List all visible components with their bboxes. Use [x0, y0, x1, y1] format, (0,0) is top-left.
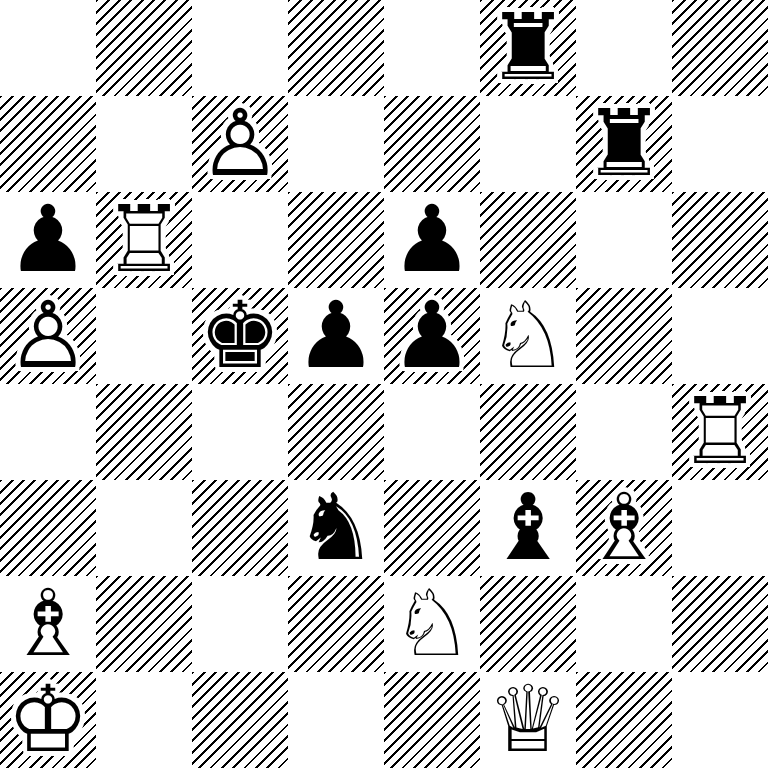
square-f3[interactable]: ♝	[480, 480, 576, 576]
piece-white-rook[interactable]: ♜♖	[672, 384, 768, 480]
square-b8[interactable]	[96, 0, 192, 96]
square-e1[interactable]	[384, 672, 480, 768]
square-b2[interactable]	[96, 576, 192, 672]
square-a8[interactable]	[0, 0, 96, 96]
piece-white-bishop[interactable]: ♝♗	[576, 480, 672, 576]
square-c2[interactable]	[192, 576, 288, 672]
black-bishop-icon: ♝	[480, 480, 576, 576]
piece-black-bishop[interactable]: ♝	[480, 480, 576, 576]
square-g1[interactable]	[576, 672, 672, 768]
square-b1[interactable]	[96, 672, 192, 768]
square-e2[interactable]: ♞♘	[384, 576, 480, 672]
square-g7[interactable]: ♜	[576, 96, 672, 192]
square-g4[interactable]	[576, 384, 672, 480]
square-e7[interactable]	[384, 96, 480, 192]
square-c6[interactable]	[192, 192, 288, 288]
white-knight-icon: ♘	[480, 288, 576, 384]
square-d3[interactable]: ♞	[288, 480, 384, 576]
piece-black-pawn[interactable]: ♟	[0, 192, 96, 288]
square-b4[interactable]	[96, 384, 192, 480]
white-rook-icon: ♖	[96, 192, 192, 288]
piece-black-pawn[interactable]: ♟	[384, 288, 480, 384]
chess-board: ♜♟♙♜♟♜♖♟♟♙♚♟♟♞♘♜♖♞♝♝♗♝♗♞♘♚♔♛♕	[0, 0, 768, 768]
piece-white-queen[interactable]: ♛♕	[480, 672, 576, 768]
black-pawn-icon: ♟	[0, 192, 96, 288]
white-knight-icon: ♘	[384, 576, 480, 672]
piece-white-king[interactable]: ♚♔	[0, 672, 96, 768]
piece-white-knight[interactable]: ♞♘	[480, 288, 576, 384]
white-king-icon: ♔	[0, 672, 96, 768]
square-f4[interactable]	[480, 384, 576, 480]
black-pawn-icon: ♟	[384, 288, 480, 384]
square-e8[interactable]	[384, 0, 480, 96]
square-c1[interactable]	[192, 672, 288, 768]
piece-white-pawn[interactable]: ♟♙	[192, 96, 288, 192]
square-d4[interactable]	[288, 384, 384, 480]
square-c8[interactable]	[192, 0, 288, 96]
square-a7[interactable]	[0, 96, 96, 192]
piece-black-pawn[interactable]: ♟	[288, 288, 384, 384]
square-h1[interactable]	[672, 672, 768, 768]
square-e4[interactable]	[384, 384, 480, 480]
square-h2[interactable]	[672, 576, 768, 672]
square-f2[interactable]	[480, 576, 576, 672]
square-b5[interactable]	[96, 288, 192, 384]
square-d5[interactable]: ♟	[288, 288, 384, 384]
piece-black-rook[interactable]: ♜	[576, 96, 672, 192]
square-h4[interactable]: ♜♖	[672, 384, 768, 480]
square-d7[interactable]	[288, 96, 384, 192]
square-h6[interactable]	[672, 192, 768, 288]
square-a1[interactable]: ♚♔	[0, 672, 96, 768]
piece-white-pawn[interactable]: ♟♙	[0, 288, 96, 384]
square-b6[interactable]: ♜♖	[96, 192, 192, 288]
square-h3[interactable]	[672, 480, 768, 576]
piece-black-knight[interactable]: ♞	[288, 480, 384, 576]
white-pawn-icon: ♙	[0, 288, 96, 384]
piece-white-rook[interactable]: ♜♖	[96, 192, 192, 288]
white-bishop-icon: ♗	[576, 480, 672, 576]
black-rook-icon: ♜	[480, 0, 576, 96]
square-b3[interactable]	[96, 480, 192, 576]
square-g2[interactable]	[576, 576, 672, 672]
square-c4[interactable]	[192, 384, 288, 480]
square-f6[interactable]	[480, 192, 576, 288]
square-e3[interactable]	[384, 480, 480, 576]
square-g5[interactable]	[576, 288, 672, 384]
square-a4[interactable]	[0, 384, 96, 480]
piece-black-rook[interactable]: ♜	[480, 0, 576, 96]
square-f5[interactable]: ♞♘	[480, 288, 576, 384]
white-rook-icon: ♖	[672, 384, 768, 480]
black-king-icon: ♚	[192, 288, 288, 384]
square-c5[interactable]: ♚	[192, 288, 288, 384]
square-d2[interactable]	[288, 576, 384, 672]
piece-black-king[interactable]: ♚	[192, 288, 288, 384]
square-a5[interactable]: ♟♙	[0, 288, 96, 384]
black-pawn-icon: ♟	[384, 192, 480, 288]
piece-white-bishop[interactable]: ♝♗	[0, 576, 96, 672]
square-e6[interactable]: ♟	[384, 192, 480, 288]
square-f8[interactable]: ♜	[480, 0, 576, 96]
square-g3[interactable]: ♝♗	[576, 480, 672, 576]
white-queen-icon: ♕	[480, 672, 576, 768]
square-d8[interactable]	[288, 0, 384, 96]
piece-black-pawn[interactable]: ♟	[384, 192, 480, 288]
white-bishop-icon: ♗	[0, 576, 96, 672]
square-c3[interactable]	[192, 480, 288, 576]
square-a3[interactable]	[0, 480, 96, 576]
square-g8[interactable]	[576, 0, 672, 96]
white-pawn-icon: ♙	[192, 96, 288, 192]
piece-white-knight[interactable]: ♞♘	[384, 576, 480, 672]
square-a2[interactable]: ♝♗	[0, 576, 96, 672]
square-h8[interactable]	[672, 0, 768, 96]
square-f7[interactable]	[480, 96, 576, 192]
square-b7[interactable]	[96, 96, 192, 192]
square-e5[interactable]: ♟	[384, 288, 480, 384]
black-knight-icon: ♞	[288, 480, 384, 576]
black-rook-icon: ♜	[576, 96, 672, 192]
black-pawn-icon: ♟	[288, 288, 384, 384]
square-d1[interactable]	[288, 672, 384, 768]
square-g6[interactable]	[576, 192, 672, 288]
square-c7[interactable]: ♟♙	[192, 96, 288, 192]
square-h5[interactable]	[672, 288, 768, 384]
square-h7[interactable]	[672, 96, 768, 192]
square-a6[interactable]: ♟	[0, 192, 96, 288]
square-d6[interactable]	[288, 192, 384, 288]
square-f1[interactable]: ♛♕	[480, 672, 576, 768]
